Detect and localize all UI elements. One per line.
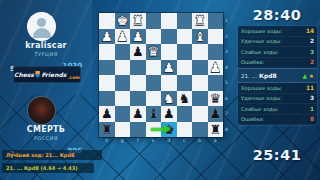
rank-label-3: 3 bbox=[225, 44, 228, 60]
square-h7[interactable]: ♟ bbox=[99, 106, 115, 122]
logo-text-com: .com bbox=[68, 75, 80, 80]
square-g8[interactable] bbox=[115, 122, 131, 138]
square-f6[interactable] bbox=[130, 91, 146, 107]
square-c6[interactable]: ♞ bbox=[177, 91, 193, 107]
piece-black-pawn: ♟ bbox=[130, 106, 146, 122]
rank-label-8: 8 bbox=[225, 122, 228, 138]
best-move-hint: Лучший ход: 21... Крd8 bbox=[2, 150, 102, 160]
file-label-d: d bbox=[161, 137, 177, 144]
white-stat-row-2: Слабые ходы:3 bbox=[238, 47, 317, 58]
square-f3[interactable]: ♟ bbox=[130, 44, 146, 60]
square-d1[interactable] bbox=[161, 13, 177, 29]
played-move-eval: 21. ... Крd8 (4.64 → 4.43) bbox=[2, 163, 94, 173]
white-player-clock: 28:40 bbox=[237, 7, 317, 23]
square-a7[interactable]: ♟ bbox=[208, 106, 224, 122]
square-h5[interactable] bbox=[99, 75, 115, 91]
square-b4[interactable] bbox=[192, 60, 208, 76]
square-h8[interactable]: ♜ bbox=[99, 122, 115, 138]
stat-value: 3 bbox=[310, 49, 314, 55]
black-stat-row-0: Хорошие ходы:11 bbox=[238, 83, 317, 94]
piece-black-pawn: ♟ bbox=[208, 106, 224, 122]
square-h6[interactable] bbox=[99, 91, 115, 107]
square-d3[interactable] bbox=[161, 44, 177, 60]
square-d6[interactable]: ♞ bbox=[161, 91, 177, 107]
stat-label: Слабые ходы: bbox=[241, 106, 279, 112]
piece-black-rook: ♜ bbox=[99, 122, 115, 138]
square-d5[interactable] bbox=[161, 75, 177, 91]
shield-icon bbox=[35, 71, 40, 78]
square-h3[interactable] bbox=[99, 44, 115, 60]
square-g2[interactable]: ♟ bbox=[115, 29, 131, 45]
white-stat-row-3: Ошибки:2 bbox=[238, 58, 317, 69]
stat-value: 11 bbox=[306, 85, 314, 91]
square-b8[interactable] bbox=[192, 122, 208, 138]
rank-labels: 12345678 bbox=[225, 13, 228, 137]
piece-white-pawn: ♟ bbox=[130, 29, 146, 45]
square-f1[interactable]: ♜ bbox=[130, 13, 146, 29]
stat-label: Удачные ходы: bbox=[241, 95, 282, 101]
square-f5[interactable] bbox=[130, 75, 146, 91]
square-h1[interactable] bbox=[99, 13, 115, 29]
chessfriends-logo[interactable]: Chess Friends .com bbox=[13, 66, 81, 83]
black-stat-row-3: Ошибки:8 bbox=[238, 115, 317, 126]
square-e5[interactable] bbox=[146, 75, 162, 91]
analysis-panel-top-stats: Хорошие ходы:14Удачные ходы:2Слабые ходы… bbox=[238, 26, 317, 68]
piece-black-pawn: ♟ bbox=[130, 44, 146, 60]
square-g6[interactable] bbox=[115, 91, 131, 107]
piece-black-king: ♚ bbox=[161, 122, 177, 138]
square-c8[interactable] bbox=[177, 122, 193, 138]
file-label-h: h bbox=[99, 137, 115, 144]
black-player-clock: 25:41 bbox=[237, 147, 317, 163]
square-h4[interactable] bbox=[99, 60, 115, 76]
square-d2[interactable] bbox=[161, 29, 177, 45]
stat-value: 8 bbox=[310, 116, 314, 122]
square-c4[interactable] bbox=[177, 60, 193, 76]
piece-white-queen: ♛ bbox=[146, 44, 162, 60]
file-label-e: e bbox=[146, 137, 162, 144]
square-b7[interactable] bbox=[192, 106, 208, 122]
square-b5[interactable] bbox=[192, 75, 208, 91]
stat-label: Ошибки: bbox=[241, 116, 265, 122]
piece-black-queen: ♛ bbox=[208, 91, 224, 107]
stat-label: Удачные ходы: bbox=[241, 38, 282, 44]
rank-label-2: 2 bbox=[225, 29, 228, 45]
square-c3[interactable] bbox=[177, 44, 193, 60]
square-g3[interactable] bbox=[115, 44, 131, 60]
square-h2[interactable]: ♟ bbox=[99, 29, 115, 45]
rank-label-7: 7 bbox=[225, 106, 228, 122]
square-a3[interactable] bbox=[208, 44, 224, 60]
piece-white-rook: ♜ bbox=[130, 13, 146, 29]
piece-white-rook: ♜ bbox=[192, 13, 208, 29]
piece-white-bishop: ♝ bbox=[192, 29, 208, 45]
file-label-g: g bbox=[115, 137, 131, 144]
current-move-san: Крd8 bbox=[259, 72, 277, 79]
file-label-b: b bbox=[192, 137, 208, 144]
square-e2[interactable] bbox=[146, 29, 162, 45]
stat-value: 14 bbox=[306, 28, 314, 34]
piece-white-knight: ♞ bbox=[161, 91, 177, 107]
square-b2[interactable]: ♝ bbox=[192, 29, 208, 45]
square-e7[interactable]: ♝ bbox=[146, 106, 162, 122]
eval-up-arrow-icon: ▲ bbox=[302, 72, 307, 79]
square-c2[interactable] bbox=[177, 29, 193, 45]
file-label-c: c bbox=[177, 137, 193, 144]
piece-white-king: ♚ bbox=[115, 13, 131, 29]
rank-label-4: 4 bbox=[225, 60, 228, 76]
square-c7[interactable] bbox=[177, 106, 193, 122]
square-f7[interactable]: ♟ bbox=[130, 106, 146, 122]
best-move-star-icon: ★ bbox=[309, 73, 314, 79]
stat-label: Слабые ходы: bbox=[241, 49, 279, 55]
square-c5[interactable] bbox=[177, 75, 193, 91]
square-e3[interactable]: ♛ bbox=[146, 44, 162, 60]
square-b6[interactable] bbox=[192, 91, 208, 107]
piece-white-pawn: ♟ bbox=[161, 60, 177, 76]
piece-black-pawn: ♟ bbox=[99, 106, 115, 122]
piece-black-bishop: ♝ bbox=[146, 106, 162, 122]
square-a8[interactable]: ♜ bbox=[208, 122, 224, 138]
square-a2[interactable] bbox=[208, 29, 224, 45]
avatar-white-player[interactable] bbox=[27, 12, 56, 41]
analysis-panel-bottom-stats: Хорошие ходы:11Удачные ходы:3Слабые ходы… bbox=[238, 83, 317, 125]
analysis-panel: Хорошие ходы:14Удачные ходы:2Слабые ходы… bbox=[238, 26, 317, 125]
square-f2[interactable]: ♟ bbox=[130, 29, 146, 45]
avatar-black-player[interactable] bbox=[27, 96, 56, 125]
white-stat-row-0: Хорошие ходы:14 bbox=[238, 26, 317, 37]
piece-black-rook: ♜ bbox=[208, 122, 224, 138]
square-b3[interactable] bbox=[192, 44, 208, 60]
black-player-name[interactable]: СМЕРТЬ bbox=[0, 125, 92, 134]
piece-white-pawn: ♟ bbox=[99, 29, 115, 45]
rank-label-1: 1 bbox=[225, 13, 228, 29]
white-player-name[interactable]: kraliscar bbox=[0, 41, 92, 50]
stat-label: Ошибки: bbox=[241, 59, 265, 65]
square-e6[interactable] bbox=[146, 91, 162, 107]
stat-value: 2 bbox=[310, 38, 314, 44]
square-a5[interactable] bbox=[208, 75, 224, 91]
square-a4[interactable]: ♟ bbox=[208, 60, 224, 76]
file-label-a: a bbox=[208, 137, 224, 144]
square-d8[interactable]: ♚ bbox=[161, 122, 177, 138]
piece-white-pawn: ♟ bbox=[115, 29, 131, 45]
square-d4[interactable]: ♟ bbox=[161, 60, 177, 76]
square-c1[interactable] bbox=[177, 13, 193, 29]
square-d7[interactable]: ♟ bbox=[161, 106, 177, 122]
black-stat-row-1: Удачные ходы:3 bbox=[238, 94, 317, 105]
file-labels: hgfedcba bbox=[99, 137, 223, 144]
square-e4[interactable] bbox=[146, 60, 162, 76]
square-f4[interactable] bbox=[130, 60, 146, 76]
stat-value: 1 bbox=[310, 106, 314, 112]
stat-value: 2 bbox=[310, 59, 314, 65]
square-e8[interactable] bbox=[146, 122, 162, 138]
stat-label: Хорошие ходы: bbox=[241, 28, 283, 34]
piece-white-pawn: ♟ bbox=[208, 60, 224, 76]
current-move-band[interactable]: 21. … Крd8 ▲ ★ bbox=[238, 68, 317, 83]
white-stat-row-1: Удачные ходы:2 bbox=[238, 37, 317, 48]
square-e1[interactable] bbox=[146, 13, 162, 29]
stat-label: Хорошие ходы: bbox=[241, 85, 283, 91]
piece-black-pawn: ♟ bbox=[161, 106, 177, 122]
current-move-number: 21. … bbox=[241, 73, 257, 79]
square-g7[interactable] bbox=[115, 106, 131, 122]
rank-label-5: 5 bbox=[225, 75, 228, 91]
stat-value: 3 bbox=[310, 95, 314, 101]
logo-text-chess: Chess bbox=[14, 71, 34, 78]
chess-board: ♚♜♜♟♟♟♝♟♛♟♟♞♞♛♟♟♝♟♟♜♚♜ bbox=[99, 13, 223, 137]
black-stat-row-2: Слабые ходы:1 bbox=[238, 104, 317, 115]
rank-label-6: 6 bbox=[225, 91, 228, 107]
square-f8[interactable] bbox=[130, 122, 146, 138]
logo-text-friends: Friends bbox=[41, 71, 66, 78]
app-window: kraliscar ТУРЦИЯ 57★ 1030 Chess Friends … bbox=[0, 0, 320, 180]
file-label-f: f bbox=[130, 137, 146, 144]
square-a1[interactable] bbox=[208, 13, 224, 29]
square-b1[interactable]: ♜ bbox=[192, 13, 208, 29]
square-a6[interactable]: ♛ bbox=[208, 91, 224, 107]
square-g5[interactable] bbox=[115, 75, 131, 91]
square-g1[interactable]: ♚ bbox=[115, 13, 131, 29]
piece-black-knight: ♞ bbox=[177, 91, 193, 107]
square-g4[interactable] bbox=[115, 60, 131, 76]
